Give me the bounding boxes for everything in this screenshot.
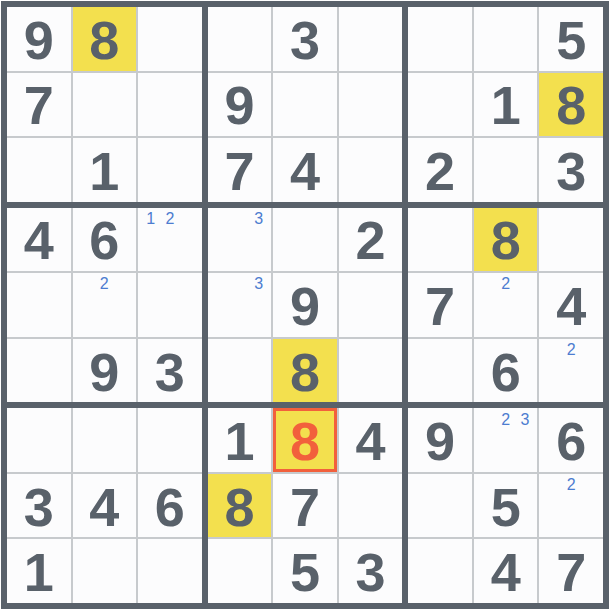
cell-r9c7[interactable] xyxy=(408,539,472,603)
cell-r3c4[interactable]: 7 xyxy=(208,138,272,202)
box-9: 92365247 xyxy=(408,408,603,603)
cell-r6c8[interactable]: 6 xyxy=(474,339,538,403)
cell-r7c9[interactable]: 6 xyxy=(539,408,603,472)
cell-r8c9[interactable]: 2 xyxy=(539,474,603,538)
pencil-marks: 2 xyxy=(542,475,600,537)
cell-digit: 3 xyxy=(556,142,586,198)
cell-r7c8[interactable]: 23 xyxy=(474,408,538,472)
cell-r5c2[interactable]: 2 xyxy=(73,273,137,337)
cell-r1c5[interactable]: 3 xyxy=(273,7,337,71)
cell-r8c7[interactable] xyxy=(408,474,472,538)
cell-r9c4[interactable] xyxy=(208,539,272,603)
cell-digit: 9 xyxy=(24,11,54,67)
cell-r2c9[interactable]: 8 xyxy=(539,73,603,137)
cell-r6c9[interactable]: 2 xyxy=(539,339,603,403)
cell-digit: 9 xyxy=(425,412,455,468)
cell-r9c1[interactable]: 1 xyxy=(7,539,71,603)
cell-r3c2[interactable]: 1 xyxy=(73,138,137,202)
box-7: 3461 xyxy=(7,408,202,603)
pencil-mark-2: 2 xyxy=(160,209,179,230)
cell-r2c2[interactable] xyxy=(73,73,137,137)
cell-r6c7[interactable] xyxy=(408,339,472,403)
cell-r1c1[interactable]: 9 xyxy=(7,7,71,71)
cell-digit: 6 xyxy=(491,343,521,399)
cell-r3c6[interactable] xyxy=(339,138,403,202)
cell-r9c2[interactable] xyxy=(73,539,137,603)
cell-r6c3[interactable]: 3 xyxy=(138,339,202,403)
box-3: 51823 xyxy=(408,7,603,202)
cell-digit: 1 xyxy=(89,142,119,198)
cell-r3c1[interactable] xyxy=(7,138,71,202)
cell-r3c3[interactable] xyxy=(138,138,202,202)
cell-digit: 9 xyxy=(89,343,119,399)
cell-r1c9[interactable]: 5 xyxy=(539,7,603,71)
box-8: 1848753 xyxy=(208,408,403,603)
cell-digit: 8 xyxy=(290,412,320,468)
cell-r8c4[interactable]: 8 xyxy=(208,474,272,538)
cell-digit: 1 xyxy=(491,76,521,132)
cell-r4c8[interactable]: 8 xyxy=(474,208,538,272)
box-5: 32398 xyxy=(208,208,403,403)
pencil-marks: 23 xyxy=(477,409,535,471)
cell-digit: 5 xyxy=(491,478,521,534)
cell-r6c4[interactable] xyxy=(208,339,272,403)
cell-digit: 8 xyxy=(89,11,119,67)
box-6: 872462 xyxy=(408,208,603,403)
cell-r9c9[interactable]: 7 xyxy=(539,539,603,603)
cell-digit: 2 xyxy=(425,142,455,198)
pencil-mark-2: 2 xyxy=(95,274,114,295)
pencil-mark-2: 2 xyxy=(496,409,515,430)
cell-digit: 3 xyxy=(290,11,320,67)
cell-digit: 7 xyxy=(290,478,320,534)
cell-r8c3[interactable]: 6 xyxy=(138,474,202,538)
cell-r4c9[interactable] xyxy=(539,208,603,272)
cell-digit: 8 xyxy=(224,478,254,534)
cell-digit: 4 xyxy=(356,412,386,468)
cell-r5c7[interactable]: 7 xyxy=(408,273,472,337)
cell-r7c2[interactable] xyxy=(73,408,137,472)
cell-r1c3[interactable] xyxy=(138,7,202,71)
cell-r6c1[interactable] xyxy=(7,339,71,403)
cell-r5c4[interactable]: 3 xyxy=(208,273,272,337)
cell-r9c3[interactable] xyxy=(138,539,202,603)
cell-digit: 4 xyxy=(24,211,54,267)
cell-r3c5[interactable]: 4 xyxy=(273,138,337,202)
cell-digit: 4 xyxy=(290,142,320,198)
pencil-mark-2: 2 xyxy=(562,475,581,496)
cell-digit: 3 xyxy=(155,343,185,399)
cell-r6c6[interactable] xyxy=(339,339,403,403)
cell-r7c7[interactable]: 9 xyxy=(408,408,472,472)
cell-r5c6[interactable] xyxy=(339,273,403,337)
cell-r3c9[interactable]: 3 xyxy=(539,138,603,202)
cell-r4c6[interactable]: 2 xyxy=(339,208,403,272)
cell-r7c3[interactable] xyxy=(138,408,202,472)
cell-digit: 5 xyxy=(290,543,320,599)
cell-digit: 6 xyxy=(89,211,119,267)
cell-r1c6[interactable] xyxy=(339,7,403,71)
box-1: 9871 xyxy=(7,7,202,202)
cell-digit: 7 xyxy=(556,543,586,599)
cell-r8c8[interactable]: 5 xyxy=(474,474,538,538)
cell-digit: 4 xyxy=(491,543,521,599)
cell-digit: 2 xyxy=(356,211,386,267)
pencil-marks: 12 xyxy=(141,209,199,271)
cell-r2c6[interactable] xyxy=(339,73,403,137)
cell-digit: 4 xyxy=(89,478,119,534)
cell-r8c5[interactable]: 7 xyxy=(273,474,337,538)
pencil-mark-1: 1 xyxy=(141,209,160,230)
cell-r7c4[interactable]: 1 xyxy=(208,408,272,472)
cell-r6c5[interactable]: 8 xyxy=(273,339,337,403)
cell-r5c1[interactable] xyxy=(7,273,71,337)
cell-r6c2[interactable]: 9 xyxy=(73,339,137,403)
cell-r1c7[interactable] xyxy=(408,7,472,71)
cell-digit: 1 xyxy=(24,543,54,599)
cell-r4c4[interactable]: 3 xyxy=(208,208,272,272)
cell-r5c3[interactable] xyxy=(138,273,202,337)
cell-r2c3[interactable] xyxy=(138,73,202,137)
pencil-marks: 2 xyxy=(477,274,535,336)
cell-digit: 8 xyxy=(556,76,586,132)
cell-digit: 8 xyxy=(491,211,521,267)
cell-digit: 6 xyxy=(556,412,586,468)
pencil-marks: 2 xyxy=(542,340,600,402)
cell-digit: 8 xyxy=(290,343,320,399)
cell-r2c5[interactable] xyxy=(273,73,337,137)
cell-digit: 7 xyxy=(425,277,455,333)
pencil-mark-3: 3 xyxy=(249,274,268,295)
cell-r4c2[interactable]: 6 xyxy=(73,208,137,272)
cell-digit: 3 xyxy=(24,478,54,534)
box-2: 3974 xyxy=(208,7,403,202)
cell-digit: 3 xyxy=(356,543,386,599)
cell-r7c5[interactable]: 8 xyxy=(273,408,337,472)
cell-r2c8[interactable]: 1 xyxy=(474,73,538,137)
cell-r9c5[interactable]: 5 xyxy=(273,539,337,603)
cell-r5c5[interactable]: 9 xyxy=(273,273,337,337)
cell-r4c1[interactable]: 4 xyxy=(7,208,71,272)
cell-r2c4[interactable]: 9 xyxy=(208,73,272,137)
cell-digit: 5 xyxy=(556,11,586,67)
cell-r7c6[interactable]: 4 xyxy=(339,408,403,472)
cell-r3c7[interactable]: 2 xyxy=(408,138,472,202)
cell-digit: 7 xyxy=(24,76,54,132)
cell-r3c8[interactable] xyxy=(474,138,538,202)
cell-r5c8[interactable]: 2 xyxy=(474,273,538,337)
cell-digit: 1 xyxy=(224,412,254,468)
cell-r8c1[interactable]: 3 xyxy=(7,474,71,538)
cell-r1c4[interactable] xyxy=(208,7,272,71)
sudoku-board: 9871 3974 51823 4612293 32398 872462 346… xyxy=(1,1,609,609)
cell-r4c5[interactable] xyxy=(273,208,337,272)
cell-digit: 4 xyxy=(556,277,586,333)
cell-r4c3[interactable]: 12 xyxy=(138,208,202,272)
cell-r4c7[interactable] xyxy=(408,208,472,272)
box-4: 4612293 xyxy=(7,208,202,403)
pencil-marks: 3 xyxy=(211,274,269,336)
cell-r5c9[interactable]: 4 xyxy=(539,273,603,337)
cell-r7c1[interactable] xyxy=(7,408,71,472)
cell-digit: 6 xyxy=(155,478,185,534)
pencil-mark-2: 2 xyxy=(562,340,581,361)
cell-r1c8[interactable] xyxy=(474,7,538,71)
cell-digit: 7 xyxy=(224,142,254,198)
pencil-mark-3: 3 xyxy=(515,409,534,430)
cell-digit: 9 xyxy=(290,277,320,333)
cell-r8c6[interactable] xyxy=(339,474,403,538)
pencil-marks: 3 xyxy=(211,209,269,271)
cell-digit: 9 xyxy=(224,76,254,132)
cell-r9c8[interactable]: 4 xyxy=(474,539,538,603)
cell-r2c1[interactable]: 7 xyxy=(7,73,71,137)
cell-r9c6[interactable]: 3 xyxy=(339,539,403,603)
pencil-marks: 2 xyxy=(76,274,134,336)
pencil-mark-2: 2 xyxy=(496,274,515,295)
cell-r2c7[interactable] xyxy=(408,73,472,137)
pencil-mark-3: 3 xyxy=(249,209,268,230)
cell-r1c2[interactable]: 8 xyxy=(73,7,137,71)
cell-r8c2[interactable]: 4 xyxy=(73,474,137,538)
